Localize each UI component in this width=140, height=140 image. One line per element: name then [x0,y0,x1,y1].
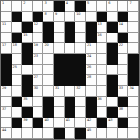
clue-number: 16 [98,33,102,37]
black-cell [97,12,108,23]
crossword-cell[interactable] [65,43,76,54]
crossword-cell[interactable]: 30 [33,86,44,97]
black-cell [107,86,118,97]
crossword-cell[interactable] [22,12,33,23]
crossword-cell[interactable]: 7 [128,1,139,12]
black-cell [97,118,108,129]
clue-number: 43 [108,118,112,122]
crossword-cell[interactable] [12,128,23,139]
black-cell [86,107,97,118]
clue-number: 18 [13,43,17,47]
crossword-cell[interactable] [12,22,23,33]
clue-number: 11 [2,22,6,26]
crossword-cell[interactable] [118,75,129,86]
black-cell [128,75,139,86]
clue-number: 3 [44,1,46,5]
clue-number: 31 [55,86,59,90]
crossword-grid: 1234567891011121314151617181920212223242… [0,0,140,140]
crossword-cell[interactable] [128,128,139,139]
black-cell [75,128,86,139]
crossword-cell[interactable] [12,1,23,12]
crossword-cell[interactable] [54,118,65,129]
crossword-cell[interactable] [65,128,76,139]
clue-number: 44 [2,128,6,132]
clue-number: 25 [13,65,17,69]
crossword-cell[interactable] [12,54,23,65]
black-cell [107,43,118,54]
crossword-cell[interactable]: 16 [97,33,108,44]
crossword-cell[interactable] [75,22,86,33]
crossword-cell[interactable] [97,65,108,76]
clue-number: 27 [34,75,38,79]
black-cell [43,107,54,118]
crossword-cell[interactable] [97,1,108,12]
crossword-cell[interactable] [12,75,23,86]
crossword-cell[interactable] [65,86,76,97]
crossword-cell[interactable] [33,97,44,108]
crossword-cell[interactable] [107,33,118,44]
crossword-cell[interactable] [97,107,108,118]
crossword-cell[interactable] [43,65,54,76]
crossword-cell[interactable] [33,107,44,118]
crossword-cell[interactable] [54,43,65,54]
black-cell [65,54,76,65]
clue-number: 33 [119,86,123,90]
clue-number: 29 [2,86,6,90]
crossword-cell[interactable] [75,97,86,108]
crossword-cell[interactable] [1,33,12,44]
crossword-cell[interactable]: 5 [86,1,97,12]
black-cell [118,12,129,23]
crossword-cell[interactable] [97,43,108,54]
clue-number: 4 [66,1,68,5]
crossword-cell[interactable]: 8 [43,12,54,23]
black-cell [65,75,76,86]
crossword-cell[interactable]: 40 [43,118,54,129]
crossword-cell[interactable] [1,12,12,23]
black-cell [65,97,76,108]
crossword-cell[interactable]: 11 [1,22,12,33]
black-cell [43,22,54,33]
clue-number: 7 [129,1,131,5]
crossword-cell[interactable]: 38 [118,107,129,118]
crossword-cell[interactable]: 17 [1,43,12,54]
clue-number: 41 [66,118,70,122]
clue-number: 22 [119,43,123,47]
black-cell [43,97,54,108]
crossword-cell[interactable] [33,1,44,12]
black-cell [65,33,76,44]
black-cell [75,75,86,86]
crossword-cell[interactable] [43,86,54,97]
crossword-cell[interactable] [65,12,76,23]
crossword-cell[interactable]: 22 [118,43,129,54]
crossword-cell[interactable]: 32 [75,86,86,97]
clue-number: 35 [23,97,27,101]
crossword-cell[interactable]: 41 [65,118,76,129]
black-cell [86,33,97,44]
crossword-cell[interactable]: 14 [118,22,129,33]
crossword-cell[interactable] [54,33,65,44]
black-cell [107,22,118,33]
crossword-cell[interactable]: 34 [128,86,139,97]
crossword-cell[interactable]: 23 [33,54,44,65]
crossword-cell[interactable]: 42 [86,118,97,129]
crossword-cell[interactable] [33,33,44,44]
crossword-cell[interactable]: 24 [86,54,97,65]
crossword-cell[interactable]: 9 [54,12,65,23]
crossword-cell[interactable] [107,65,118,76]
crossword-cell[interactable]: 44 [1,128,12,139]
crossword-cell[interactable] [118,128,129,139]
crossword-cell[interactable] [43,54,54,65]
black-cell [1,65,12,76]
crossword-cell[interactable] [75,107,86,118]
crossword-cell[interactable] [1,118,12,129]
black-cell [22,107,33,118]
crossword-cell[interactable]: 33 [118,86,129,97]
crossword-cell[interactable]: 25 [12,65,23,76]
black-cell [75,65,86,76]
black-cell [33,12,44,23]
clue-number: 12 [34,22,38,26]
clue-number: 21 [87,43,91,47]
crossword-cell[interactable] [86,12,97,23]
crossword-cell[interactable]: 10 [75,12,86,23]
crossword-cell[interactable] [33,65,44,76]
crossword-cell[interactable] [128,43,139,54]
crossword-cell[interactable] [54,22,65,33]
crossword-cell[interactable] [86,86,97,97]
black-cell [118,33,129,44]
crossword-cell[interactable]: 21 [86,43,97,54]
crossword-cell[interactable]: 31 [54,86,65,97]
clue-number: 9 [55,12,57,16]
crossword-cell[interactable]: 36 [97,97,108,108]
black-cell [12,118,23,129]
black-cell [12,97,23,108]
crossword-cell[interactable]: 20 [43,43,54,54]
crossword-cell[interactable]: 35 [22,97,33,108]
clue-number: 5 [87,1,89,5]
clue-number: 13 [98,22,102,26]
clue-number: 30 [34,86,38,90]
black-cell [22,22,33,33]
clue-number: 14 [119,22,123,26]
black-cell [22,86,33,97]
crossword-cell[interactable] [75,43,86,54]
crossword-cell[interactable]: 2 [22,1,33,12]
crossword-cell[interactable] [43,75,54,86]
black-cell [1,54,12,65]
crossword-cell[interactable] [97,75,108,86]
crossword-cell[interactable] [97,54,108,65]
crossword-cell[interactable]: 3 [43,1,54,12]
crossword-cell[interactable] [97,86,108,97]
crossword-cell[interactable] [54,97,65,108]
clue-number: 32 [76,86,80,90]
clue-number: 42 [87,118,91,122]
crossword-cell[interactable] [12,86,23,97]
clue-number: 28 [87,75,91,79]
clue-number: 36 [98,97,102,101]
clue-number: 15 [23,33,27,37]
crossword-cell[interactable]: 26 [86,65,97,76]
black-cell [43,33,54,44]
crossword-cell[interactable]: 18 [12,43,23,54]
crossword-cell[interactable] [128,107,139,118]
crossword-cell[interactable]: 13 [97,22,108,33]
crossword-cell[interactable] [128,97,139,108]
crossword-cell[interactable] [128,118,139,129]
black-cell [54,65,65,76]
crossword-cell[interactable]: 39 [22,118,33,129]
black-cell [22,75,33,86]
black-cell [86,22,97,33]
crossword-cell[interactable]: 4 [65,1,76,12]
crossword-cell[interactable] [107,12,118,23]
black-cell [86,97,97,108]
crossword-cell[interactable]: 27 [33,75,44,86]
crossword-cell[interactable] [75,33,86,44]
clue-number: 24 [87,54,91,58]
black-cell [12,12,23,23]
clue-number: 1 [2,1,4,5]
black-cell [75,1,86,12]
clue-number: 10 [76,12,80,16]
crossword-cell[interactable] [75,118,86,129]
crossword-cell[interactable] [107,128,118,139]
crossword-cell[interactable] [107,97,118,108]
black-cell [65,65,76,76]
crossword-cell[interactable]: 37 [1,107,12,118]
crossword-cell[interactable] [128,33,139,44]
crossword-cell[interactable] [97,128,108,139]
clue-number: 19 [34,43,38,47]
black-cell [107,54,118,65]
black-cell [107,75,118,86]
crossword-cell[interactable] [118,1,129,12]
black-cell [65,107,76,118]
crossword-cell[interactable] [128,12,139,23]
clue-number: 6 [108,1,110,5]
crossword-cell[interactable]: 1 [1,1,12,12]
black-cell [54,75,65,86]
clue-number: 23 [34,54,38,58]
crossword-cell[interactable] [128,22,139,33]
crossword-cell[interactable] [118,54,129,65]
clue-number: 38 [119,107,123,111]
crossword-cell[interactable] [22,65,33,76]
crossword-cell[interactable] [22,128,33,139]
crossword-cell[interactable]: 28 [86,75,97,86]
black-cell [33,118,44,129]
crossword-cell[interactable] [54,107,65,118]
crossword-cell[interactable]: 15 [22,33,33,44]
crossword-cell[interactable] [118,65,129,76]
black-cell [65,22,76,33]
crossword-cell[interactable]: 29 [1,86,12,97]
crossword-cell[interactable]: 43 [107,118,118,129]
crossword-cell[interactable]: 19 [33,43,44,54]
clue-number: 40 [44,118,48,122]
black-cell [107,107,118,118]
clue-number: 45 [87,128,91,132]
clue-number: 34 [129,86,133,90]
black-cell [22,54,33,65]
crossword-cell[interactable] [43,128,54,139]
crossword-cell[interactable]: 45 [86,128,97,139]
black-cell [54,1,65,12]
clue-number: 2 [23,1,25,5]
black-cell [128,54,139,65]
black-cell [118,118,129,129]
clue-number: 37 [2,107,6,111]
black-cell [54,54,65,65]
crossword-cell[interactable] [33,128,44,139]
clue-number: 26 [87,65,91,69]
clue-number: 20 [44,43,48,47]
crossword-cell[interactable] [1,97,12,108]
clue-number: 39 [23,118,27,122]
black-cell [12,33,23,44]
clue-number: 8 [44,12,46,16]
black-cell [75,54,86,65]
black-cell [22,43,33,54]
black-cell [118,97,129,108]
crossword-cell[interactable] [12,107,23,118]
crossword-cell[interactable]: 12 [33,22,44,33]
clue-number: 17 [2,43,6,47]
black-cell [54,128,65,139]
black-cell [1,75,12,86]
crossword-cell[interactable]: 6 [107,1,118,12]
black-cell [128,65,139,76]
